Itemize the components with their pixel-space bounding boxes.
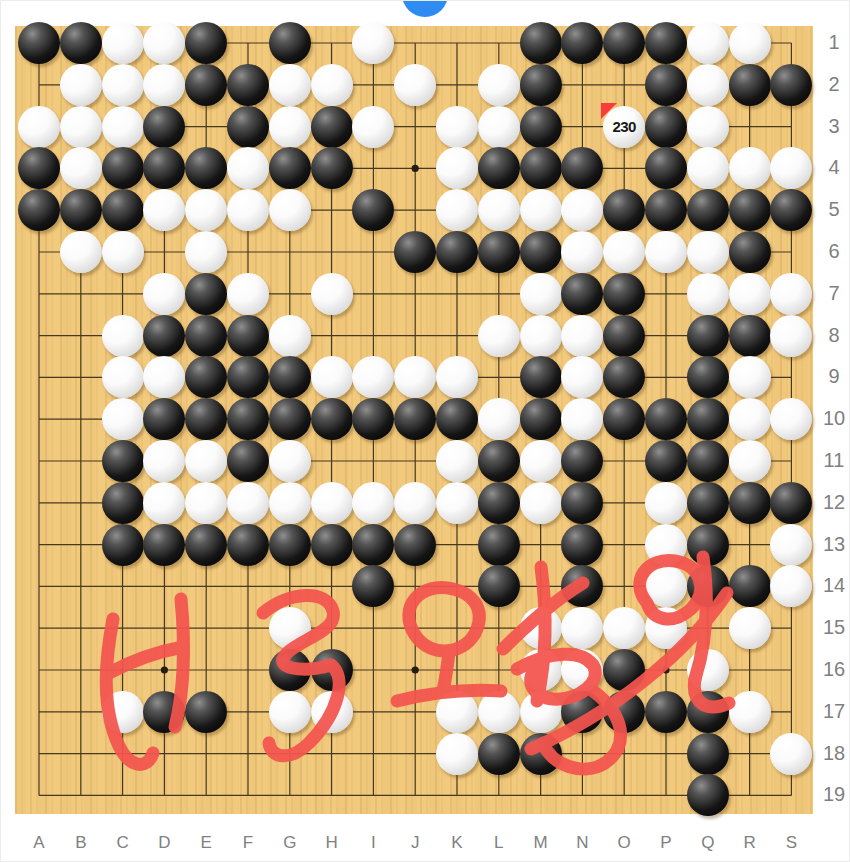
column-label-S: S xyxy=(776,833,806,853)
white-stone-C17 xyxy=(102,691,144,733)
white-stone-P12 xyxy=(645,482,687,524)
white-stone-H9 xyxy=(311,356,353,398)
loading-spinner-icon xyxy=(402,0,448,17)
row-label-5: 5 xyxy=(821,198,847,221)
white-stone-R7 xyxy=(729,273,771,315)
row-label-4: 4 xyxy=(821,156,847,179)
column-label-M: M xyxy=(526,833,556,853)
white-stone-M15 xyxy=(520,607,562,649)
white-stone-Q4 xyxy=(687,147,729,189)
black-stone-G16 xyxy=(269,649,311,691)
black-stone-J13 xyxy=(394,524,436,566)
column-label-J: J xyxy=(400,833,430,853)
black-stone-F8 xyxy=(227,315,269,357)
black-stone-D17 xyxy=(143,691,185,733)
row-label-12: 12 xyxy=(821,491,847,514)
white-stone-L5 xyxy=(478,189,520,231)
black-stone-K6 xyxy=(436,231,478,273)
column-label-I: I xyxy=(358,833,388,853)
black-stone-B5 xyxy=(60,189,102,231)
white-stone-L10 xyxy=(478,398,520,440)
black-stone-D13 xyxy=(143,524,185,566)
column-label-G: G xyxy=(275,833,305,853)
row-label-3: 3 xyxy=(821,115,847,138)
white-stone-N8 xyxy=(561,315,603,357)
black-stone-O16 xyxy=(603,649,645,691)
white-stone-M17 xyxy=(520,691,562,733)
white-stone-C1 xyxy=(102,22,144,64)
white-stone-F12 xyxy=(227,482,269,524)
black-stone-F11 xyxy=(227,440,269,482)
white-stone-J12 xyxy=(394,482,436,524)
column-label-P: P xyxy=(651,833,681,853)
white-stone-R4 xyxy=(729,147,771,189)
white-stone-D2 xyxy=(143,64,185,106)
black-stone-R6 xyxy=(729,231,771,273)
white-stone-I12 xyxy=(352,482,394,524)
column-label-E: E xyxy=(191,833,221,853)
black-stone-P11 xyxy=(645,440,687,482)
white-stone-M12 xyxy=(520,482,562,524)
white-stone-R1 xyxy=(729,22,771,64)
row-label-2: 2 xyxy=(821,73,847,96)
black-stone-Q9 xyxy=(687,356,729,398)
black-stone-M18 xyxy=(520,733,562,775)
black-stone-A1 xyxy=(18,22,60,64)
row-label-18: 18 xyxy=(821,742,847,765)
white-stone-R10 xyxy=(729,398,771,440)
black-stone-R12 xyxy=(729,482,771,524)
white-stone-Q1 xyxy=(687,22,729,64)
column-label-Q: Q xyxy=(693,833,723,853)
black-stone-G4 xyxy=(269,147,311,189)
white-stone-G11 xyxy=(269,440,311,482)
black-stone-P5 xyxy=(645,189,687,231)
black-stone-O1 xyxy=(603,22,645,64)
white-stone-R9 xyxy=(729,356,771,398)
black-stone-Q11 xyxy=(687,440,729,482)
black-stone-C4 xyxy=(102,147,144,189)
white-stone-A3 xyxy=(18,106,60,148)
white-stone-D12 xyxy=(143,482,185,524)
black-stone-R5 xyxy=(729,189,771,231)
black-stone-Q19 xyxy=(687,774,729,816)
black-stone-P3 xyxy=(645,106,687,148)
white-stone-E6 xyxy=(185,231,227,273)
black-stone-S2 xyxy=(770,64,812,106)
black-stone-F2 xyxy=(227,64,269,106)
white-stone-M16 xyxy=(520,649,562,691)
black-stone-P17 xyxy=(645,691,687,733)
black-stone-J6 xyxy=(394,231,436,273)
white-stone-C2 xyxy=(102,64,144,106)
black-stone-Q18 xyxy=(687,733,729,775)
white-stone-S13 xyxy=(770,524,812,566)
white-stone-K12 xyxy=(436,482,478,524)
black-stone-M6 xyxy=(520,231,562,273)
white-stone-K18 xyxy=(436,733,478,775)
white-stone-Q3 xyxy=(687,106,729,148)
column-label-R: R xyxy=(735,833,765,853)
black-stone-Q17 xyxy=(687,691,729,733)
row-label-19: 19 xyxy=(821,783,847,806)
white-stone-C9 xyxy=(102,356,144,398)
black-stone-Q14 xyxy=(687,565,729,607)
white-stone-Q2 xyxy=(687,64,729,106)
row-label-1: 1 xyxy=(821,31,847,54)
black-stone-C13 xyxy=(102,524,144,566)
black-stone-P1 xyxy=(645,22,687,64)
black-stone-N7 xyxy=(561,273,603,315)
column-label-L: L xyxy=(484,833,514,853)
black-stone-M1 xyxy=(520,22,562,64)
white-stone-B4 xyxy=(60,147,102,189)
column-label-K: K xyxy=(442,833,472,853)
white-stone-F5 xyxy=(227,189,269,231)
black-stone-Q12 xyxy=(687,482,729,524)
white-stone-E11 xyxy=(185,440,227,482)
white-stone-M11 xyxy=(520,440,562,482)
move-number-label: 230 xyxy=(603,106,645,148)
black-stone-P2 xyxy=(645,64,687,106)
white-stone-G3 xyxy=(269,106,311,148)
black-stone-H4 xyxy=(311,147,353,189)
black-stone-R2 xyxy=(729,64,771,106)
column-label-H: H xyxy=(317,833,347,853)
black-stone-I13 xyxy=(352,524,394,566)
white-stone-G17 xyxy=(269,691,311,733)
black-stone-H13 xyxy=(311,524,353,566)
black-stone-L4 xyxy=(478,147,520,189)
row-label-8: 8 xyxy=(821,324,847,347)
black-stone-G10 xyxy=(269,398,311,440)
black-stone-F10 xyxy=(227,398,269,440)
white-stone-G8 xyxy=(269,315,311,357)
row-label-10: 10 xyxy=(821,407,847,430)
white-stone-G5 xyxy=(269,189,311,231)
white-stone-K5 xyxy=(436,189,478,231)
white-stone-R17 xyxy=(729,691,771,733)
black-stone-N13 xyxy=(561,524,603,566)
black-stone-C11 xyxy=(102,440,144,482)
black-stone-Q10 xyxy=(687,398,729,440)
black-stone-B1 xyxy=(60,22,102,64)
black-stone-E8 xyxy=(185,315,227,357)
white-stone-C6 xyxy=(102,231,144,273)
black-stone-G9 xyxy=(269,356,311,398)
white-stone-H12 xyxy=(311,482,353,524)
column-label-O: O xyxy=(609,833,639,853)
column-label-N: N xyxy=(567,833,597,853)
black-stone-D3 xyxy=(143,106,185,148)
black-stone-O8 xyxy=(603,315,645,357)
black-stone-Q8 xyxy=(687,315,729,357)
white-stone-S7 xyxy=(770,273,812,315)
black-stone-L18 xyxy=(478,733,520,775)
white-stone-K17 xyxy=(436,691,478,733)
white-stone-D7 xyxy=(143,273,185,315)
black-stone-H10 xyxy=(311,398,353,440)
white-stone-G2 xyxy=(269,64,311,106)
row-label-17: 17 xyxy=(821,700,847,723)
black-stone-M2 xyxy=(520,64,562,106)
white-stone-Q16 xyxy=(687,649,729,691)
black-stone-H3 xyxy=(311,106,353,148)
black-stone-D8 xyxy=(143,315,185,357)
go-game-screen: 230 12345678910111213141516171819 ABCDEF… xyxy=(0,0,850,862)
black-stone-E13 xyxy=(185,524,227,566)
white-stone-F7 xyxy=(227,273,269,315)
white-stone-M8 xyxy=(520,315,562,357)
black-stone-O7 xyxy=(603,273,645,315)
white-stone-H2 xyxy=(311,64,353,106)
white-stone-S8 xyxy=(770,315,812,357)
black-stone-R14 xyxy=(729,565,771,607)
white-stone-P15 xyxy=(645,607,687,649)
white-stone-O3: 230 xyxy=(603,106,645,148)
black-stone-Q13 xyxy=(687,524,729,566)
white-stone-P6 xyxy=(645,231,687,273)
black-stone-L13 xyxy=(478,524,520,566)
row-label-15: 15 xyxy=(821,616,847,639)
black-stone-H16 xyxy=(311,649,353,691)
white-stone-I3 xyxy=(352,106,394,148)
white-stone-C10 xyxy=(102,398,144,440)
white-stone-G12 xyxy=(269,482,311,524)
row-label-7: 7 xyxy=(821,282,847,305)
row-label-16: 16 xyxy=(821,658,847,681)
black-stone-G13 xyxy=(269,524,311,566)
column-label-D: D xyxy=(149,833,179,853)
black-stone-M9 xyxy=(520,356,562,398)
black-stone-K10 xyxy=(436,398,478,440)
white-stone-B6 xyxy=(60,231,102,273)
row-label-6: 6 xyxy=(821,240,847,263)
white-stone-R15 xyxy=(729,607,771,649)
black-stone-L14 xyxy=(478,565,520,607)
white-stone-L2 xyxy=(478,64,520,106)
white-stone-L3 xyxy=(478,106,520,148)
white-stone-Q7 xyxy=(687,273,729,315)
black-stone-N17 xyxy=(561,691,603,733)
black-stone-F3 xyxy=(227,106,269,148)
black-stone-R8 xyxy=(729,315,771,357)
black-stone-E7 xyxy=(185,273,227,315)
black-stone-E17 xyxy=(185,691,227,733)
white-stone-K11 xyxy=(436,440,478,482)
black-stone-N12 xyxy=(561,482,603,524)
black-stone-E2 xyxy=(185,64,227,106)
white-stone-L8 xyxy=(478,315,520,357)
black-stone-P10 xyxy=(645,398,687,440)
white-stone-O6 xyxy=(603,231,645,273)
column-label-C: C xyxy=(108,833,138,853)
column-label-B: B xyxy=(66,833,96,853)
black-stone-A5 xyxy=(18,189,60,231)
black-stone-M4 xyxy=(520,147,562,189)
black-stone-L6 xyxy=(478,231,520,273)
row-label-13: 13 xyxy=(821,533,847,556)
black-stone-F13 xyxy=(227,524,269,566)
black-stone-O17 xyxy=(603,691,645,733)
white-stone-Q6 xyxy=(687,231,729,273)
row-label-11: 11 xyxy=(821,449,847,472)
white-stone-B2 xyxy=(60,64,102,106)
black-stone-Q5 xyxy=(687,189,729,231)
black-stone-C12 xyxy=(102,482,144,524)
black-stone-L11 xyxy=(478,440,520,482)
black-stone-G1 xyxy=(269,22,311,64)
white-stone-S18 xyxy=(770,733,812,775)
black-stone-C5 xyxy=(102,189,144,231)
white-stone-G15 xyxy=(269,607,311,649)
row-label-9: 9 xyxy=(821,365,847,388)
white-stone-J2 xyxy=(394,64,436,106)
black-stone-E1 xyxy=(185,22,227,64)
white-stone-E12 xyxy=(185,482,227,524)
white-stone-H7 xyxy=(311,273,353,315)
white-stone-M5 xyxy=(520,189,562,231)
white-stone-P13 xyxy=(645,524,687,566)
column-label-A: A xyxy=(24,833,54,853)
black-stone-M10 xyxy=(520,398,562,440)
column-label-F: F xyxy=(233,833,263,853)
white-stone-B3 xyxy=(60,106,102,148)
black-stone-S12 xyxy=(770,482,812,524)
white-stone-H17 xyxy=(311,691,353,733)
white-stone-L17 xyxy=(478,691,520,733)
goban[interactable]: 230 xyxy=(15,26,813,814)
black-stone-L12 xyxy=(478,482,520,524)
white-stone-C3 xyxy=(102,106,144,148)
white-stone-K3 xyxy=(436,106,478,148)
white-stone-M7 xyxy=(520,273,562,315)
white-stone-R11 xyxy=(729,440,771,482)
white-stone-C8 xyxy=(102,315,144,357)
row-label-14: 14 xyxy=(821,574,847,597)
black-stone-M3 xyxy=(520,106,562,148)
